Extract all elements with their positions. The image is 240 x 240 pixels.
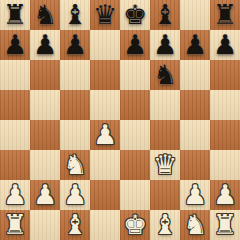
piece-white-pawn[interactable]: ♟: [3, 181, 27, 208]
chess-board: ♜♞♝♛♚♝♜♟♟♟♟♟♟♟♞♟♞♛♟♟♟♟♟♜♝♚♝♞♜: [0, 0, 240, 240]
square-a7[interactable]: ♟: [0, 30, 30, 60]
square-a8[interactable]: ♜: [0, 0, 30, 30]
piece-black-knight[interactable]: ♞: [153, 61, 177, 88]
square-f7[interactable]: ♟: [150, 30, 180, 60]
piece-white-king[interactable]: ♚: [123, 211, 147, 238]
square-d2[interactable]: [90, 180, 120, 210]
square-d3[interactable]: [90, 150, 120, 180]
square-h3[interactable]: [210, 150, 240, 180]
square-b6[interactable]: [30, 60, 60, 90]
square-d5[interactable]: [90, 90, 120, 120]
square-a2[interactable]: ♟: [0, 180, 30, 210]
piece-black-pawn[interactable]: ♟: [123, 31, 147, 58]
square-h7[interactable]: ♟: [210, 30, 240, 60]
square-e6[interactable]: [120, 60, 150, 90]
square-h1[interactable]: ♜: [210, 210, 240, 240]
square-a6[interactable]: [0, 60, 30, 90]
square-g4[interactable]: [180, 120, 210, 150]
square-g8[interactable]: [180, 0, 210, 30]
piece-black-rook[interactable]: ♜: [213, 1, 237, 28]
square-e2[interactable]: [120, 180, 150, 210]
square-b5[interactable]: [30, 90, 60, 120]
square-e3[interactable]: [120, 150, 150, 180]
piece-white-pawn[interactable]: ♟: [93, 121, 117, 148]
piece-black-king[interactable]: ♚: [123, 1, 147, 28]
square-g6[interactable]: [180, 60, 210, 90]
square-d1[interactable]: [90, 210, 120, 240]
square-f4[interactable]: [150, 120, 180, 150]
square-f6[interactable]: ♞: [150, 60, 180, 90]
piece-black-pawn[interactable]: ♟: [183, 31, 207, 58]
square-c3[interactable]: ♞: [60, 150, 90, 180]
square-e1[interactable]: ♚: [120, 210, 150, 240]
square-f3[interactable]: ♛: [150, 150, 180, 180]
piece-black-pawn[interactable]: ♟: [213, 31, 237, 58]
square-b7[interactable]: ♟: [30, 30, 60, 60]
piece-black-pawn[interactable]: ♟: [33, 31, 57, 58]
piece-black-pawn[interactable]: ♟: [3, 31, 27, 58]
square-c2[interactable]: ♟: [60, 180, 90, 210]
square-c1[interactable]: ♝: [60, 210, 90, 240]
piece-black-queen[interactable]: ♛: [93, 1, 117, 28]
square-e5[interactable]: [120, 90, 150, 120]
square-b2[interactable]: ♟: [30, 180, 60, 210]
square-h5[interactable]: [210, 90, 240, 120]
piece-white-rook[interactable]: ♜: [213, 211, 237, 238]
piece-black-rook[interactable]: ♜: [3, 1, 27, 28]
piece-black-bishop[interactable]: ♝: [153, 1, 177, 28]
piece-white-knight[interactable]: ♞: [183, 211, 207, 238]
square-e7[interactable]: ♟: [120, 30, 150, 60]
square-d8[interactable]: ♛: [90, 0, 120, 30]
square-e8[interactable]: ♚: [120, 0, 150, 30]
square-h4[interactable]: [210, 120, 240, 150]
square-f2[interactable]: [150, 180, 180, 210]
square-b3[interactable]: [30, 150, 60, 180]
piece-white-pawn[interactable]: ♟: [213, 181, 237, 208]
square-g7[interactable]: ♟: [180, 30, 210, 60]
square-h6[interactable]: [210, 60, 240, 90]
piece-black-knight[interactable]: ♞: [33, 1, 57, 28]
square-b4[interactable]: [30, 120, 60, 150]
square-g5[interactable]: [180, 90, 210, 120]
square-d7[interactable]: [90, 30, 120, 60]
square-d6[interactable]: [90, 60, 120, 90]
square-c5[interactable]: [60, 90, 90, 120]
piece-white-queen[interactable]: ♛: [153, 151, 177, 178]
piece-white-pawn[interactable]: ♟: [183, 181, 207, 208]
piece-white-bishop[interactable]: ♝: [63, 211, 87, 238]
piece-black-bishop[interactable]: ♝: [63, 1, 87, 28]
square-e4[interactable]: [120, 120, 150, 150]
square-c8[interactable]: ♝: [60, 0, 90, 30]
square-f1[interactable]: ♝: [150, 210, 180, 240]
square-a1[interactable]: ♜: [0, 210, 30, 240]
piece-white-rook[interactable]: ♜: [3, 211, 27, 238]
piece-white-pawn[interactable]: ♟: [63, 181, 87, 208]
square-c6[interactable]: [60, 60, 90, 90]
square-h8[interactable]: ♜: [210, 0, 240, 30]
square-g2[interactable]: ♟: [180, 180, 210, 210]
square-a3[interactable]: [0, 150, 30, 180]
piece-black-pawn[interactable]: ♟: [63, 31, 87, 58]
square-f5[interactable]: [150, 90, 180, 120]
piece-black-pawn[interactable]: ♟: [153, 31, 177, 58]
square-a5[interactable]: [0, 90, 30, 120]
square-d4[interactable]: ♟: [90, 120, 120, 150]
square-g1[interactable]: ♞: [180, 210, 210, 240]
square-f8[interactable]: ♝: [150, 0, 180, 30]
piece-white-bishop[interactable]: ♝: [153, 211, 177, 238]
square-c7[interactable]: ♟: [60, 30, 90, 60]
piece-white-pawn[interactable]: ♟: [33, 181, 57, 208]
square-c4[interactable]: [60, 120, 90, 150]
square-b8[interactable]: ♞: [30, 0, 60, 30]
square-g3[interactable]: [180, 150, 210, 180]
square-h2[interactable]: ♟: [210, 180, 240, 210]
square-a4[interactable]: [0, 120, 30, 150]
square-b1[interactable]: [30, 210, 60, 240]
piece-white-knight[interactable]: ♞: [63, 151, 87, 178]
